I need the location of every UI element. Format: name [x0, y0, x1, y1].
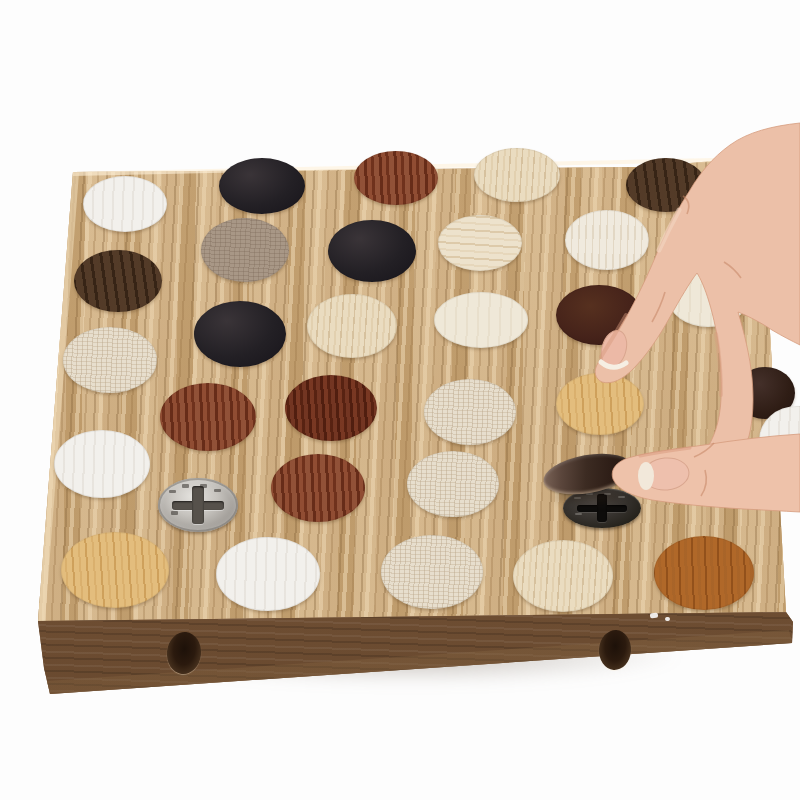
cream-linen-cap-r4c4[interactable]	[424, 379, 516, 445]
wood-chip-speck	[650, 613, 658, 619]
phillips-slot-v	[192, 486, 203, 525]
silver-screw-r5c2	[158, 478, 238, 532]
white-melamine-cap-r1c1[interactable]	[83, 176, 167, 232]
cream-ash-cap-r1c4[interactable]	[474, 148, 560, 202]
cream-horizontal-grain-cap-r2c4[interactable]	[438, 215, 522, 271]
embossed-mark	[182, 484, 189, 487]
white-ash-cap-r2c5[interactable]	[565, 210, 649, 270]
dark-maroon-cap-r3c5[interactable]	[556, 285, 642, 345]
cream-linen-cap-r6c3[interactable]	[381, 535, 483, 609]
cream-linen-cap-r5c4[interactable]	[407, 451, 499, 517]
light-oak-cap-r4c5[interactable]	[556, 373, 644, 435]
white-melamine-cap-r5c1[interactable]	[54, 430, 150, 498]
black-cap-r1c2[interactable]	[219, 158, 305, 214]
embossed-mark	[200, 484, 207, 487]
black-cap-r2c3[interactable]	[328, 220, 416, 282]
embossed-mark	[575, 513, 582, 515]
pale-cream-cap-r3c6[interactable]	[668, 269, 748, 327]
teak-orange-cap-r6c5[interactable]	[654, 536, 754, 610]
white-melamine-cap-r6c2[interactable]	[216, 537, 320, 611]
cream-ash-cap-r6c4[interactable]	[513, 540, 613, 612]
dark-walnut-cap-r1c5[interactable]	[626, 158, 706, 212]
cream-ash-cap-r3c3[interactable]	[307, 294, 397, 358]
dark-walnut-cap-r2c1[interactable]	[74, 250, 162, 312]
embossed-mark	[169, 490, 176, 493]
red-mahogany-cap-r5c3[interactable]	[271, 454, 365, 522]
cream-linen-cap-r3c1[interactable]	[63, 327, 157, 393]
red-mahogany-cap-r1c3[interactable]	[354, 151, 438, 205]
light-oak-cap-r6c1[interactable]	[61, 532, 169, 608]
black-cap-r3c2[interactable]	[194, 301, 286, 367]
red-mahogany-cap-r4c2[interactable]	[160, 383, 256, 451]
embossed-mark	[171, 511, 178, 514]
taupe-linen-cap-r2c2[interactable]	[201, 218, 289, 282]
pale-cream-cap-r3c4[interactable]	[434, 292, 528, 348]
dark-mahogany-cap-r4c3[interactable]	[285, 375, 377, 441]
embossed-mark	[214, 489, 221, 492]
scene	[0, 0, 800, 800]
